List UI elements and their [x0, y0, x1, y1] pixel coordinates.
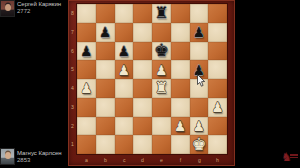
file-label-d: d — [135, 155, 151, 165]
square-c4[interactable] — [115, 79, 134, 98]
square-e5[interactable]: ♟ — [152, 60, 171, 79]
square-h7[interactable] — [208, 23, 227, 42]
chess-board: 87654321 ♜♟♟♟♟♚♟♟♟♟♜♟♟♟♚ abcdefgh — [68, 0, 235, 166]
square-e8[interactable]: ♜ — [152, 4, 171, 23]
square-g7[interactable]: ♟ — [190, 23, 209, 42]
square-c5[interactable]: ♟ — [115, 60, 134, 79]
file-label-c: c — [116, 155, 132, 165]
rank-label-1: 1 — [69, 137, 77, 153]
black-pawn-c6[interactable]: ♟ — [115, 42, 134, 61]
white-king-g1[interactable]: ♚ — [190, 135, 209, 154]
square-d5[interactable] — [133, 60, 152, 79]
square-d4[interactable] — [133, 79, 152, 98]
square-a5[interactable] — [77, 60, 96, 79]
square-d2[interactable] — [133, 117, 152, 136]
square-b6[interactable] — [96, 42, 115, 61]
rank-label-5: 5 — [69, 62, 77, 78]
square-d3[interactable] — [133, 98, 152, 117]
broadcast-frame: Сергей Карякин 2772 Магнус Карлсен 2853 … — [0, 0, 300, 168]
square-c1[interactable] — [115, 135, 134, 154]
player-name-black: Сергей Карякин — [17, 1, 67, 8]
square-a3[interactable] — [77, 98, 96, 117]
white-pawn-c5[interactable]: ♟ — [115, 60, 134, 79]
square-b4[interactable] — [96, 79, 115, 98]
square-b7[interactable]: ♟ — [96, 23, 115, 42]
square-a4[interactable]: ♟ — [77, 79, 96, 98]
black-king-e6[interactable]: ♚ — [152, 42, 171, 61]
player-rating-white: 2853 — [17, 157, 30, 164]
square-h8[interactable] — [208, 4, 227, 23]
player-rating-black: 2772 — [17, 8, 30, 15]
square-g3[interactable] — [190, 98, 209, 117]
square-b5[interactable] — [96, 60, 115, 79]
white-pawn-a4[interactable]: ♟ — [77, 79, 96, 98]
square-d7[interactable] — [133, 23, 152, 42]
avatar — [0, 0, 15, 17]
square-h3[interactable]: ♟ — [208, 98, 227, 117]
square-c3[interactable] — [115, 98, 134, 117]
square-a2[interactable] — [77, 117, 96, 136]
square-f5[interactable] — [171, 60, 190, 79]
square-g6[interactable] — [190, 42, 209, 61]
file-label-f: f — [172, 155, 188, 165]
square-h6[interactable] — [208, 42, 227, 61]
file-labels: abcdefgh — [77, 154, 227, 166]
square-a6[interactable]: ♟ — [77, 42, 96, 61]
white-pawn-g2[interactable]: ♟ — [190, 117, 209, 136]
square-c7[interactable] — [115, 23, 134, 42]
broadcast-logo: ♞ — [281, 150, 299, 164]
square-g2[interactable]: ♟ — [190, 117, 209, 136]
square-d6[interactable] — [133, 42, 152, 61]
square-c8[interactable] — [115, 4, 134, 23]
player-name-white: Магнус Карлсен — [17, 150, 67, 157]
square-e6[interactable]: ♚ — [152, 42, 171, 61]
square-c6[interactable]: ♟ — [115, 42, 134, 61]
square-g8[interactable] — [190, 4, 209, 23]
square-h4[interactable] — [208, 79, 227, 98]
square-e2[interactable] — [152, 117, 171, 136]
black-pawn-b7[interactable]: ♟ — [96, 23, 115, 42]
rank-label-7: 7 — [69, 24, 77, 40]
rank-label-6: 6 — [69, 43, 77, 59]
square-f2[interactable]: ♟ — [171, 117, 190, 136]
square-h1[interactable] — [208, 135, 227, 154]
square-h2[interactable] — [208, 117, 227, 136]
white-pawn-f2[interactable]: ♟ — [171, 117, 190, 136]
square-f6[interactable] — [171, 42, 190, 61]
avatar — [0, 148, 15, 165]
square-a7[interactable] — [77, 23, 96, 42]
square-f3[interactable] — [171, 98, 190, 117]
mouse-cursor-icon — [197, 73, 206, 86]
square-b3[interactable] — [96, 98, 115, 117]
square-d1[interactable] — [133, 135, 152, 154]
square-b2[interactable] — [96, 117, 115, 136]
square-e7[interactable] — [152, 23, 171, 42]
rank-label-8: 8 — [69, 5, 77, 21]
square-g1[interactable]: ♚ — [190, 135, 209, 154]
square-f4[interactable] — [171, 79, 190, 98]
file-label-a: a — [78, 155, 94, 165]
file-label-e: e — [153, 155, 169, 165]
square-a1[interactable] — [77, 135, 96, 154]
white-rook-e4[interactable]: ♜ — [152, 79, 171, 98]
logo-text-lines — [290, 154, 298, 159]
square-c2[interactable] — [115, 117, 134, 136]
black-pawn-a6[interactable]: ♟ — [77, 42, 96, 61]
rank-label-3: 3 — [69, 99, 77, 115]
avatar-face — [5, 4, 11, 11]
white-pawn-e5[interactable]: ♟ — [152, 60, 171, 79]
rank-labels: 87654321 — [68, 4, 77, 154]
square-b1[interactable] — [96, 135, 115, 154]
square-b8[interactable] — [96, 4, 115, 23]
file-label-h: h — [210, 155, 226, 165]
black-rook-e8[interactable]: ♜ — [152, 4, 171, 23]
square-f8[interactable] — [171, 4, 190, 23]
black-pawn-g7[interactable]: ♟ — [190, 23, 209, 42]
file-label-b: b — [97, 155, 113, 165]
square-e4[interactable]: ♜ — [152, 79, 171, 98]
square-a8[interactable] — [77, 4, 96, 23]
avatar-face — [5, 152, 11, 159]
rank-label-4: 4 — [69, 80, 77, 96]
white-pawn-h3[interactable]: ♟ — [208, 98, 227, 117]
square-h5[interactable] — [208, 60, 227, 79]
file-label-g: g — [191, 155, 207, 165]
square-d8[interactable] — [133, 4, 152, 23]
rank-label-2: 2 — [69, 118, 77, 134]
square-e1[interactable] — [152, 135, 171, 154]
square-f1[interactable] — [171, 135, 190, 154]
square-f7[interactable] — [171, 23, 190, 42]
square-e3[interactable] — [152, 98, 171, 117]
